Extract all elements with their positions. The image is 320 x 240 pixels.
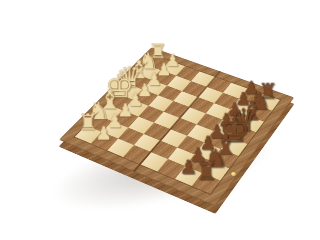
- piece-black-rook[interactable]: ♜: [182, 161, 230, 184]
- brass-clasp-icon: [231, 172, 236, 176]
- square-h8[interactable]: ♜: [192, 173, 220, 193]
- piece-white-pawn[interactable]: ♟: [82, 123, 127, 141]
- photo-stage: ♜♟♟♜♞♟♟♞♝♟♟♝♛♟♟♛♚♟♟♚♝♟♟♝♞♟♟♞♜♟♟♜: [0, 0, 320, 240]
